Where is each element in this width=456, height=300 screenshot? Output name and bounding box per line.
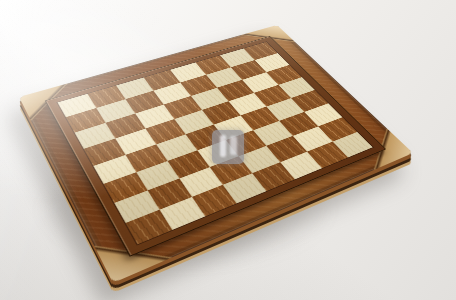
photo-backdrop bbox=[0, 0, 456, 300]
photo-watermark-logo bbox=[212, 130, 244, 164]
watermark-glyph-bar bbox=[230, 136, 237, 155]
watermark-glyph-bar bbox=[220, 135, 226, 157]
